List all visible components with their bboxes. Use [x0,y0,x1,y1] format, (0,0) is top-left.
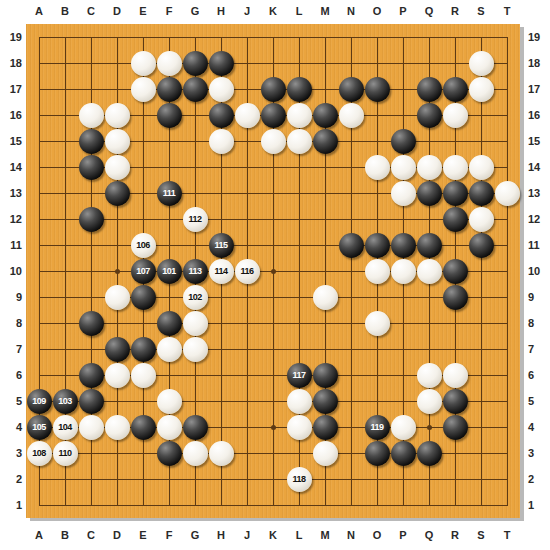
row-label-left-13: 13 [0,187,22,199]
stone-white-Q14 [417,155,442,180]
row-label-right-6: 6 [528,369,534,381]
stone-black-S11 [469,233,494,258]
row-label-left-8: 8 [0,317,22,329]
stone-white-H3 [209,441,234,466]
stone-black-A5-move-109: 109 [27,389,52,414]
col-label-top-G: G [191,5,200,17]
stone-black-G10-move-113: 113 [183,259,208,284]
stone-white-G3 [183,441,208,466]
star-point-K10 [271,269,276,274]
stone-black-M16 [313,103,338,128]
stone-black-E10-move-107: 107 [131,259,156,284]
stone-white-G12-move-112: 112 [183,207,208,232]
stone-white-L5 [287,389,312,414]
row-label-left-9: 9 [0,291,22,303]
row-label-right-16: 16 [528,109,540,121]
col-label-top-D: D [113,5,121,17]
stone-white-P14 [391,155,416,180]
stone-white-B3-move-110: 110 [53,441,78,466]
col-label-bottom-O: O [373,529,382,541]
row-label-right-13: 13 [528,187,540,199]
stone-black-P11 [391,233,416,258]
row-label-left-18: 18 [0,57,22,69]
stone-black-R9 [443,285,468,310]
col-label-top-M: M [320,5,329,17]
stone-black-L17 [287,77,312,102]
stone-white-M3 [313,441,338,466]
stone-black-P3 [391,441,416,466]
row-label-left-15: 15 [0,135,22,147]
stone-black-R17 [443,77,468,102]
stone-black-Q3 [417,441,442,466]
stone-black-R5 [443,389,468,414]
col-label-bottom-T: T [504,529,511,541]
stone-white-J16 [235,103,260,128]
stone-white-D9 [105,285,130,310]
stone-white-S14 [469,155,494,180]
col-label-top-K: K [269,5,277,17]
stone-black-C8 [79,311,104,336]
stone-white-G7 [183,337,208,362]
stone-black-Q13 [417,181,442,206]
row-label-left-6: 6 [0,369,22,381]
stone-black-C14 [79,155,104,180]
stone-black-L6-move-117: 117 [287,363,312,388]
stone-white-N16 [339,103,364,128]
stone-black-Q16 [417,103,442,128]
col-label-bottom-L: L [296,529,303,541]
row-label-right-11: 11 [528,239,540,251]
row-label-right-5: 5 [528,395,534,407]
stone-black-N11 [339,233,364,258]
stone-black-H11-move-115: 115 [209,233,234,258]
row-label-left-1: 1 [0,499,22,511]
stone-white-L15 [287,129,312,154]
row-label-left-16: 16 [0,109,22,121]
stone-white-F7 [157,337,182,362]
stone-white-D16 [105,103,130,128]
col-label-top-J: J [244,5,250,17]
stone-white-F4 [157,415,182,440]
stone-white-L16 [287,103,312,128]
col-label-bottom-N: N [347,529,355,541]
stone-black-S13 [469,181,494,206]
stone-white-A3-move-108: 108 [27,441,52,466]
stone-black-G17 [183,77,208,102]
stone-white-J10-move-116: 116 [235,259,260,284]
stone-white-P10 [391,259,416,284]
row-label-right-4: 4 [528,421,534,433]
stone-white-R6 [443,363,468,388]
col-label-bottom-A: A [35,529,43,541]
stone-white-H15 [209,129,234,154]
col-label-bottom-F: F [166,529,173,541]
col-label-top-P: P [399,5,406,17]
stone-black-C15 [79,129,104,154]
stone-black-C6 [79,363,104,388]
stone-white-Q10 [417,259,442,284]
col-label-top-R: R [451,5,459,17]
stone-black-R13 [443,181,468,206]
row-label-left-5: 5 [0,395,22,407]
col-label-top-C: C [87,5,95,17]
col-label-top-N: N [347,5,355,17]
row-label-left-4: 4 [0,421,22,433]
stone-black-Q11 [417,233,442,258]
stone-black-P15 [391,129,416,154]
stone-white-G9-move-102: 102 [183,285,208,310]
stone-white-E17 [131,77,156,102]
col-label-bottom-B: B [61,529,69,541]
stone-black-B5-move-103: 103 [53,389,78,414]
stone-black-M6 [313,363,338,388]
stone-white-O14 [365,155,390,180]
stone-white-S18 [469,51,494,76]
stone-white-C16 [79,103,104,128]
col-label-bottom-D: D [113,529,121,541]
stone-black-M4 [313,415,338,440]
col-label-bottom-G: G [191,529,200,541]
stone-black-D7 [105,337,130,362]
col-label-bottom-M: M [320,529,329,541]
stone-white-E18 [131,51,156,76]
stone-black-F13-move-111: 111 [157,181,182,206]
row-label-right-17: 17 [528,83,540,95]
stone-white-L2-move-118: 118 [287,467,312,492]
col-label-bottom-K: K [269,529,277,541]
stone-black-R10 [443,259,468,284]
stone-black-F16 [157,103,182,128]
row-label-left-2: 2 [0,473,22,485]
stone-white-F18 [157,51,182,76]
stone-black-O11 [365,233,390,258]
stone-white-D14 [105,155,130,180]
stone-white-Q5 [417,389,442,414]
stone-black-F17 [157,77,182,102]
stone-black-M15 [313,129,338,154]
row-label-right-2: 2 [528,473,534,485]
row-label-right-7: 7 [528,343,534,355]
star-point-K4 [271,425,276,430]
row-label-right-3: 3 [528,447,534,459]
row-label-right-15: 15 [528,135,540,147]
stone-black-Q17 [417,77,442,102]
go-board[interactable]: 1111121061151071011131141161021171091031… [26,24,520,518]
go-board-app: ABCDEFGHJKLMNOPQRST ABCDEFGHJKLMNOPQRST … [0,0,550,550]
stone-white-B4-move-104: 104 [53,415,78,440]
stone-white-P4 [391,415,416,440]
col-label-top-E: E [139,5,146,17]
row-label-right-12: 12 [528,213,540,225]
stone-white-O8 [365,311,390,336]
row-label-right-18: 18 [528,57,540,69]
stone-black-M5 [313,389,338,414]
row-label-left-12: 12 [0,213,22,225]
row-label-left-11: 11 [0,239,22,251]
col-label-top-L: L [296,5,303,17]
row-label-right-14: 14 [528,161,540,173]
star-point-D10 [115,269,120,274]
stone-white-R16 [443,103,468,128]
col-label-top-F: F [166,5,173,17]
stone-black-F3 [157,441,182,466]
stone-black-H16 [209,103,234,128]
row-label-left-10: 10 [0,265,22,277]
stone-black-C12 [79,207,104,232]
stone-white-D6 [105,363,130,388]
col-label-bottom-E: E [139,529,146,541]
row-label-right-8: 8 [528,317,534,329]
row-label-right-19: 19 [528,31,540,43]
stone-black-R12 [443,207,468,232]
col-label-top-B: B [61,5,69,17]
row-label-right-10: 10 [528,265,540,277]
stone-white-F5 [157,389,182,414]
stone-black-F8 [157,311,182,336]
stone-black-F10-move-101: 101 [157,259,182,284]
stone-white-C4 [79,415,104,440]
col-label-bottom-H: H [217,529,225,541]
stone-white-M9 [313,285,338,310]
row-label-left-19: 19 [0,31,22,43]
stone-white-H10-move-114: 114 [209,259,234,284]
col-label-top-H: H [217,5,225,17]
stone-white-H17 [209,77,234,102]
stone-black-D13 [105,181,130,206]
stone-white-R14 [443,155,468,180]
stone-black-R4 [443,415,468,440]
col-label-bottom-C: C [87,529,95,541]
stone-black-O17 [365,77,390,102]
row-label-left-17: 17 [0,83,22,95]
col-label-bottom-R: R [451,529,459,541]
stone-white-P13 [391,181,416,206]
col-label-top-Q: Q [425,5,434,17]
stone-black-E4 [131,415,156,440]
stone-black-G18 [183,51,208,76]
stone-white-E11-move-106: 106 [131,233,156,258]
row-label-left-7: 7 [0,343,22,355]
stone-black-H18 [209,51,234,76]
col-label-top-A: A [35,5,43,17]
col-label-top-S: S [477,5,484,17]
col-label-bottom-S: S [477,529,484,541]
row-label-right-1: 1 [528,499,534,511]
stone-white-D4 [105,415,130,440]
stone-white-K15 [261,129,286,154]
stone-black-E7 [131,337,156,362]
stone-white-O10 [365,259,390,284]
stone-white-T13 [495,181,520,206]
stone-white-L4 [287,415,312,440]
stone-white-S17 [469,77,494,102]
col-label-bottom-P: P [399,529,406,541]
stone-white-G8 [183,311,208,336]
stone-black-N17 [339,77,364,102]
col-label-bottom-J: J [244,529,250,541]
stone-black-K17 [261,77,286,102]
row-label-left-14: 14 [0,161,22,173]
stone-black-O4-move-119: 119 [365,415,390,440]
row-label-left-3: 3 [0,447,22,459]
col-label-bottom-Q: Q [425,529,434,541]
star-point-Q4 [427,425,432,430]
stone-white-D15 [105,129,130,154]
col-label-top-T: T [504,5,511,17]
stone-black-A4-move-105: 105 [27,415,52,440]
stone-black-C5 [79,389,104,414]
stone-black-K16 [261,103,286,128]
stone-black-O3 [365,441,390,466]
stone-black-G4 [183,415,208,440]
stone-black-E9 [131,285,156,310]
row-label-right-9: 9 [528,291,534,303]
col-label-top-O: O [373,5,382,17]
stone-white-E6 [131,363,156,388]
stone-white-Q6 [417,363,442,388]
stone-white-S12 [469,207,494,232]
